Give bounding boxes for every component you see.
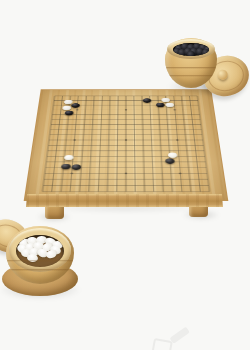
black-stone: [187, 51, 195, 56]
white-stone[interactable]: [168, 153, 178, 158]
white-stone[interactable]: [64, 155, 74, 160]
board-front-edge: [26, 194, 223, 207]
black-stone[interactable]: [71, 103, 80, 107]
black-bowl-group: [161, 36, 250, 102]
white-stone: [26, 253, 38, 262]
white-stone[interactable]: [62, 106, 71, 111]
white-bowl-group: [0, 218, 88, 304]
go-set-photo: [0, 0, 250, 350]
black-stone[interactable]: [143, 98, 152, 102]
stone-layer: [25, 90, 227, 201]
black-stones-pile: [173, 43, 209, 56]
white-stones-pile: [16, 235, 64, 267]
board-surface[interactable]: [24, 89, 229, 201]
black-stone[interactable]: [61, 164, 71, 169]
black-stone[interactable]: [156, 103, 165, 107]
white-stone[interactable]: [165, 103, 174, 107]
black-stone[interactable]: [165, 159, 175, 164]
black-stone[interactable]: [71, 164, 81, 169]
black-stone[interactable]: [64, 110, 73, 115]
